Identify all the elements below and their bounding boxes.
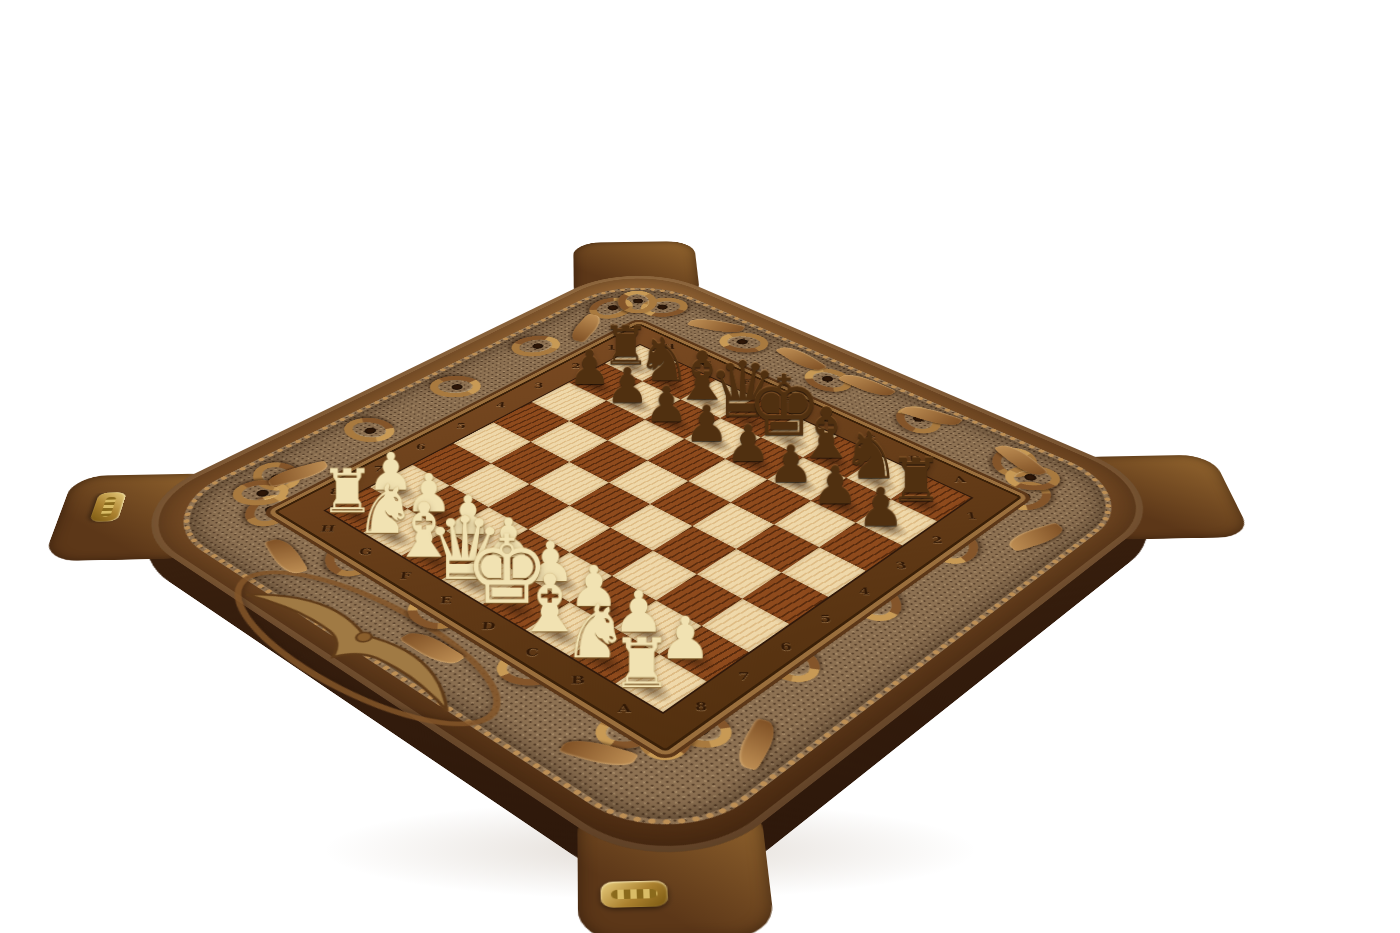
rank-label-8-right: 8	[694, 701, 706, 712]
file-label-h-near: H	[320, 524, 336, 533]
file-label-c-near: C	[525, 647, 539, 657]
piece-black-pawn-e2: ♟	[684, 400, 729, 447]
rank-label-2-right: 2	[930, 536, 943, 545]
brass-clasp-bottom	[600, 880, 668, 908]
piece-black-pawn-c2: ♟	[768, 440, 814, 489]
rank-label-6-right: 6	[779, 642, 791, 652]
file-label-f-near: F	[399, 571, 412, 580]
rank-label-3-left: 3	[533, 382, 543, 389]
rank-label-3-right: 3	[895, 561, 908, 570]
file-label-a-near: A	[618, 703, 632, 714]
rank-label-5-right: 5	[819, 614, 832, 624]
photo-background: HGFEDCBAHGFEDCBA1234567812345678 ♜♞♝♛♚♝♞…	[0, 0, 1400, 933]
rank-label-6-left: 6	[414, 443, 425, 451]
file-label-a-far: A	[954, 476, 967, 484]
rank-label-4-left: 4	[495, 402, 506, 409]
piece-black-pawn-h2: ♟	[568, 345, 611, 390]
piece-black-pawn-g2: ♟	[606, 363, 649, 409]
rank-label-1-right: 1	[965, 512, 978, 521]
rank-label-7-right: 7	[737, 671, 749, 682]
piece-black-pawn-a2: ♟	[857, 482, 905, 532]
piece-black-pawn-d2: ♟	[725, 420, 770, 468]
chess-board: HGFEDCBAHGFEDCBA1234567812345678 ♜♞♝♛♚♝♞…	[109, 259, 1183, 891]
file-label-g-near: G	[359, 547, 374, 556]
rank-label-4-right: 4	[858, 587, 871, 597]
rank-label-5-left: 5	[455, 422, 466, 429]
piece-black-pawn-f2: ♟	[644, 381, 688, 428]
piece-white-rook-a8: ♜	[611, 631, 672, 696]
file-label-b-near: B	[571, 675, 586, 686]
file-label-e-near: E	[440, 596, 454, 606]
piece-black-pawn-b2: ♟	[812, 461, 859, 511]
file-label-d-near: D	[481, 621, 496, 631]
